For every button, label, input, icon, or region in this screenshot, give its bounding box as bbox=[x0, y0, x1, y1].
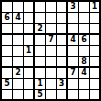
cell-r1c2-empty[interactable] bbox=[13, 2, 23, 12]
cell-r7c5-empty[interactable] bbox=[46, 68, 56, 78]
cell-r1c8-empty[interactable] bbox=[79, 2, 89, 12]
cell-r9c5-empty[interactable] bbox=[46, 90, 56, 99]
cell-r6c6-empty[interactable] bbox=[57, 57, 66, 66]
cell-r2c1-given-6[interactable]: 6 bbox=[2, 13, 12, 23]
cell-r5c3-given-1[interactable]: 1 bbox=[24, 46, 33, 56]
cell-r3c4-given-2[interactable]: 2 bbox=[35, 24, 45, 33]
cell-r8c3-empty[interactable] bbox=[24, 79, 33, 89]
cell-r3c2-empty[interactable] bbox=[13, 24, 23, 33]
cell-r8c2-empty[interactable] bbox=[13, 79, 23, 89]
cell-r4c1-empty[interactable] bbox=[2, 35, 12, 45]
cell-r9c6-empty[interactable] bbox=[57, 90, 66, 99]
cell-r6c5-empty[interactable] bbox=[46, 57, 56, 66]
cell-r7c7-given-7[interactable]: 7 bbox=[68, 68, 78, 78]
cell-r3c5-empty[interactable] bbox=[46, 24, 56, 33]
cell-r8c7-empty[interactable] bbox=[68, 79, 78, 89]
cell-r3c7-empty[interactable] bbox=[68, 24, 78, 33]
cell-r8c4-given-1[interactable]: 1 bbox=[35, 79, 45, 89]
cell-r7c6-empty[interactable] bbox=[57, 68, 66, 78]
cell-r7c8-given-4[interactable]: 4 bbox=[79, 68, 89, 78]
cell-r1c7-given-3[interactable]: 3 bbox=[68, 2, 78, 12]
cell-r6c8-given-8[interactable]: 8 bbox=[79, 57, 89, 66]
cell-r1c5-empty[interactable] bbox=[46, 2, 56, 12]
cell-r7c2-given-2[interactable]: 2 bbox=[13, 68, 23, 78]
cell-r1c1-empty[interactable] bbox=[2, 2, 12, 12]
cell-r5c1-empty[interactable] bbox=[2, 46, 12, 56]
sudoku-puzzle: 31642746182745135 bbox=[0, 0, 101, 101]
cell-r7c9-empty[interactable] bbox=[90, 68, 99, 78]
cell-r6c9-empty[interactable] bbox=[90, 57, 99, 66]
cell-r4c7-given-4[interactable]: 4 bbox=[68, 35, 78, 45]
cell-r5c9-empty[interactable] bbox=[90, 46, 99, 56]
cell-r4c8-given-6[interactable]: 6 bbox=[79, 35, 89, 45]
cell-r6c3-empty[interactable] bbox=[24, 57, 33, 66]
cell-r4c5-given-7[interactable]: 7 bbox=[46, 35, 56, 45]
cell-r6c7-empty[interactable] bbox=[68, 57, 78, 66]
cell-r5c8-empty[interactable] bbox=[79, 46, 89, 56]
cell-r8c6-given-3[interactable]: 3 bbox=[57, 79, 66, 89]
cell-r2c6-empty[interactable] bbox=[57, 13, 66, 23]
cell-r6c4-empty[interactable] bbox=[35, 57, 45, 66]
cell-r9c3-empty[interactable] bbox=[24, 90, 33, 99]
cell-r7c4-empty[interactable] bbox=[35, 68, 45, 78]
cell-r7c3-empty[interactable] bbox=[24, 68, 33, 78]
cell-r5c7-empty[interactable] bbox=[68, 46, 78, 56]
cell-r9c8-empty[interactable] bbox=[79, 90, 89, 99]
cell-r1c3-empty[interactable] bbox=[24, 2, 33, 12]
cell-r8c1-given-5[interactable]: 5 bbox=[2, 79, 12, 89]
cell-r2c7-empty[interactable] bbox=[68, 13, 78, 23]
cell-r9c2-empty[interactable] bbox=[13, 90, 23, 99]
cell-r7c1-empty[interactable] bbox=[2, 68, 12, 78]
cell-r8c9-empty[interactable] bbox=[90, 79, 99, 89]
cell-r3c3-empty[interactable] bbox=[24, 24, 33, 33]
cell-r4c6-empty[interactable] bbox=[57, 35, 66, 45]
cell-r2c4-empty[interactable] bbox=[35, 13, 45, 23]
cell-r5c6-empty[interactable] bbox=[57, 46, 66, 56]
cell-r1c6-empty[interactable] bbox=[57, 2, 66, 12]
cell-r3c6-empty[interactable] bbox=[57, 24, 66, 33]
cell-r5c2-empty[interactable] bbox=[13, 46, 23, 56]
cell-r4c9-empty[interactable] bbox=[90, 35, 99, 45]
cell-r4c4-empty[interactable] bbox=[35, 35, 45, 45]
cell-r3c1-empty[interactable] bbox=[2, 24, 12, 33]
cell-r3c9-empty[interactable] bbox=[90, 24, 99, 33]
cell-r2c3-empty[interactable] bbox=[24, 13, 33, 23]
cell-r6c2-empty[interactable] bbox=[13, 57, 23, 66]
cell-r9c9-empty[interactable] bbox=[90, 90, 99, 99]
cell-r9c1-empty[interactable] bbox=[2, 90, 12, 99]
cell-r1c9-given-1[interactable]: 1 bbox=[90, 2, 99, 12]
cell-r2c8-empty[interactable] bbox=[79, 13, 89, 23]
cell-r2c2-given-4[interactable]: 4 bbox=[13, 13, 23, 23]
cell-r9c7-empty[interactable] bbox=[68, 90, 78, 99]
cell-r6c1-empty[interactable] bbox=[2, 57, 12, 66]
sudoku-board: 31642746182745135 bbox=[0, 0, 101, 101]
cell-r8c8-empty[interactable] bbox=[79, 79, 89, 89]
cell-r8c5-empty[interactable] bbox=[46, 79, 56, 89]
cell-r2c5-empty[interactable] bbox=[46, 13, 56, 23]
cell-r5c4-empty[interactable] bbox=[35, 46, 45, 56]
cell-r3c8-empty[interactable] bbox=[79, 24, 89, 33]
cell-r9c4-given-5[interactable]: 5 bbox=[35, 90, 45, 99]
cell-r2c9-empty[interactable] bbox=[90, 13, 99, 23]
cell-r4c3-empty[interactable] bbox=[24, 35, 33, 45]
cell-r5c5-empty[interactable] bbox=[46, 46, 56, 56]
cell-r1c4-empty[interactable] bbox=[35, 2, 45, 12]
cell-r4c2-empty[interactable] bbox=[13, 35, 23, 45]
